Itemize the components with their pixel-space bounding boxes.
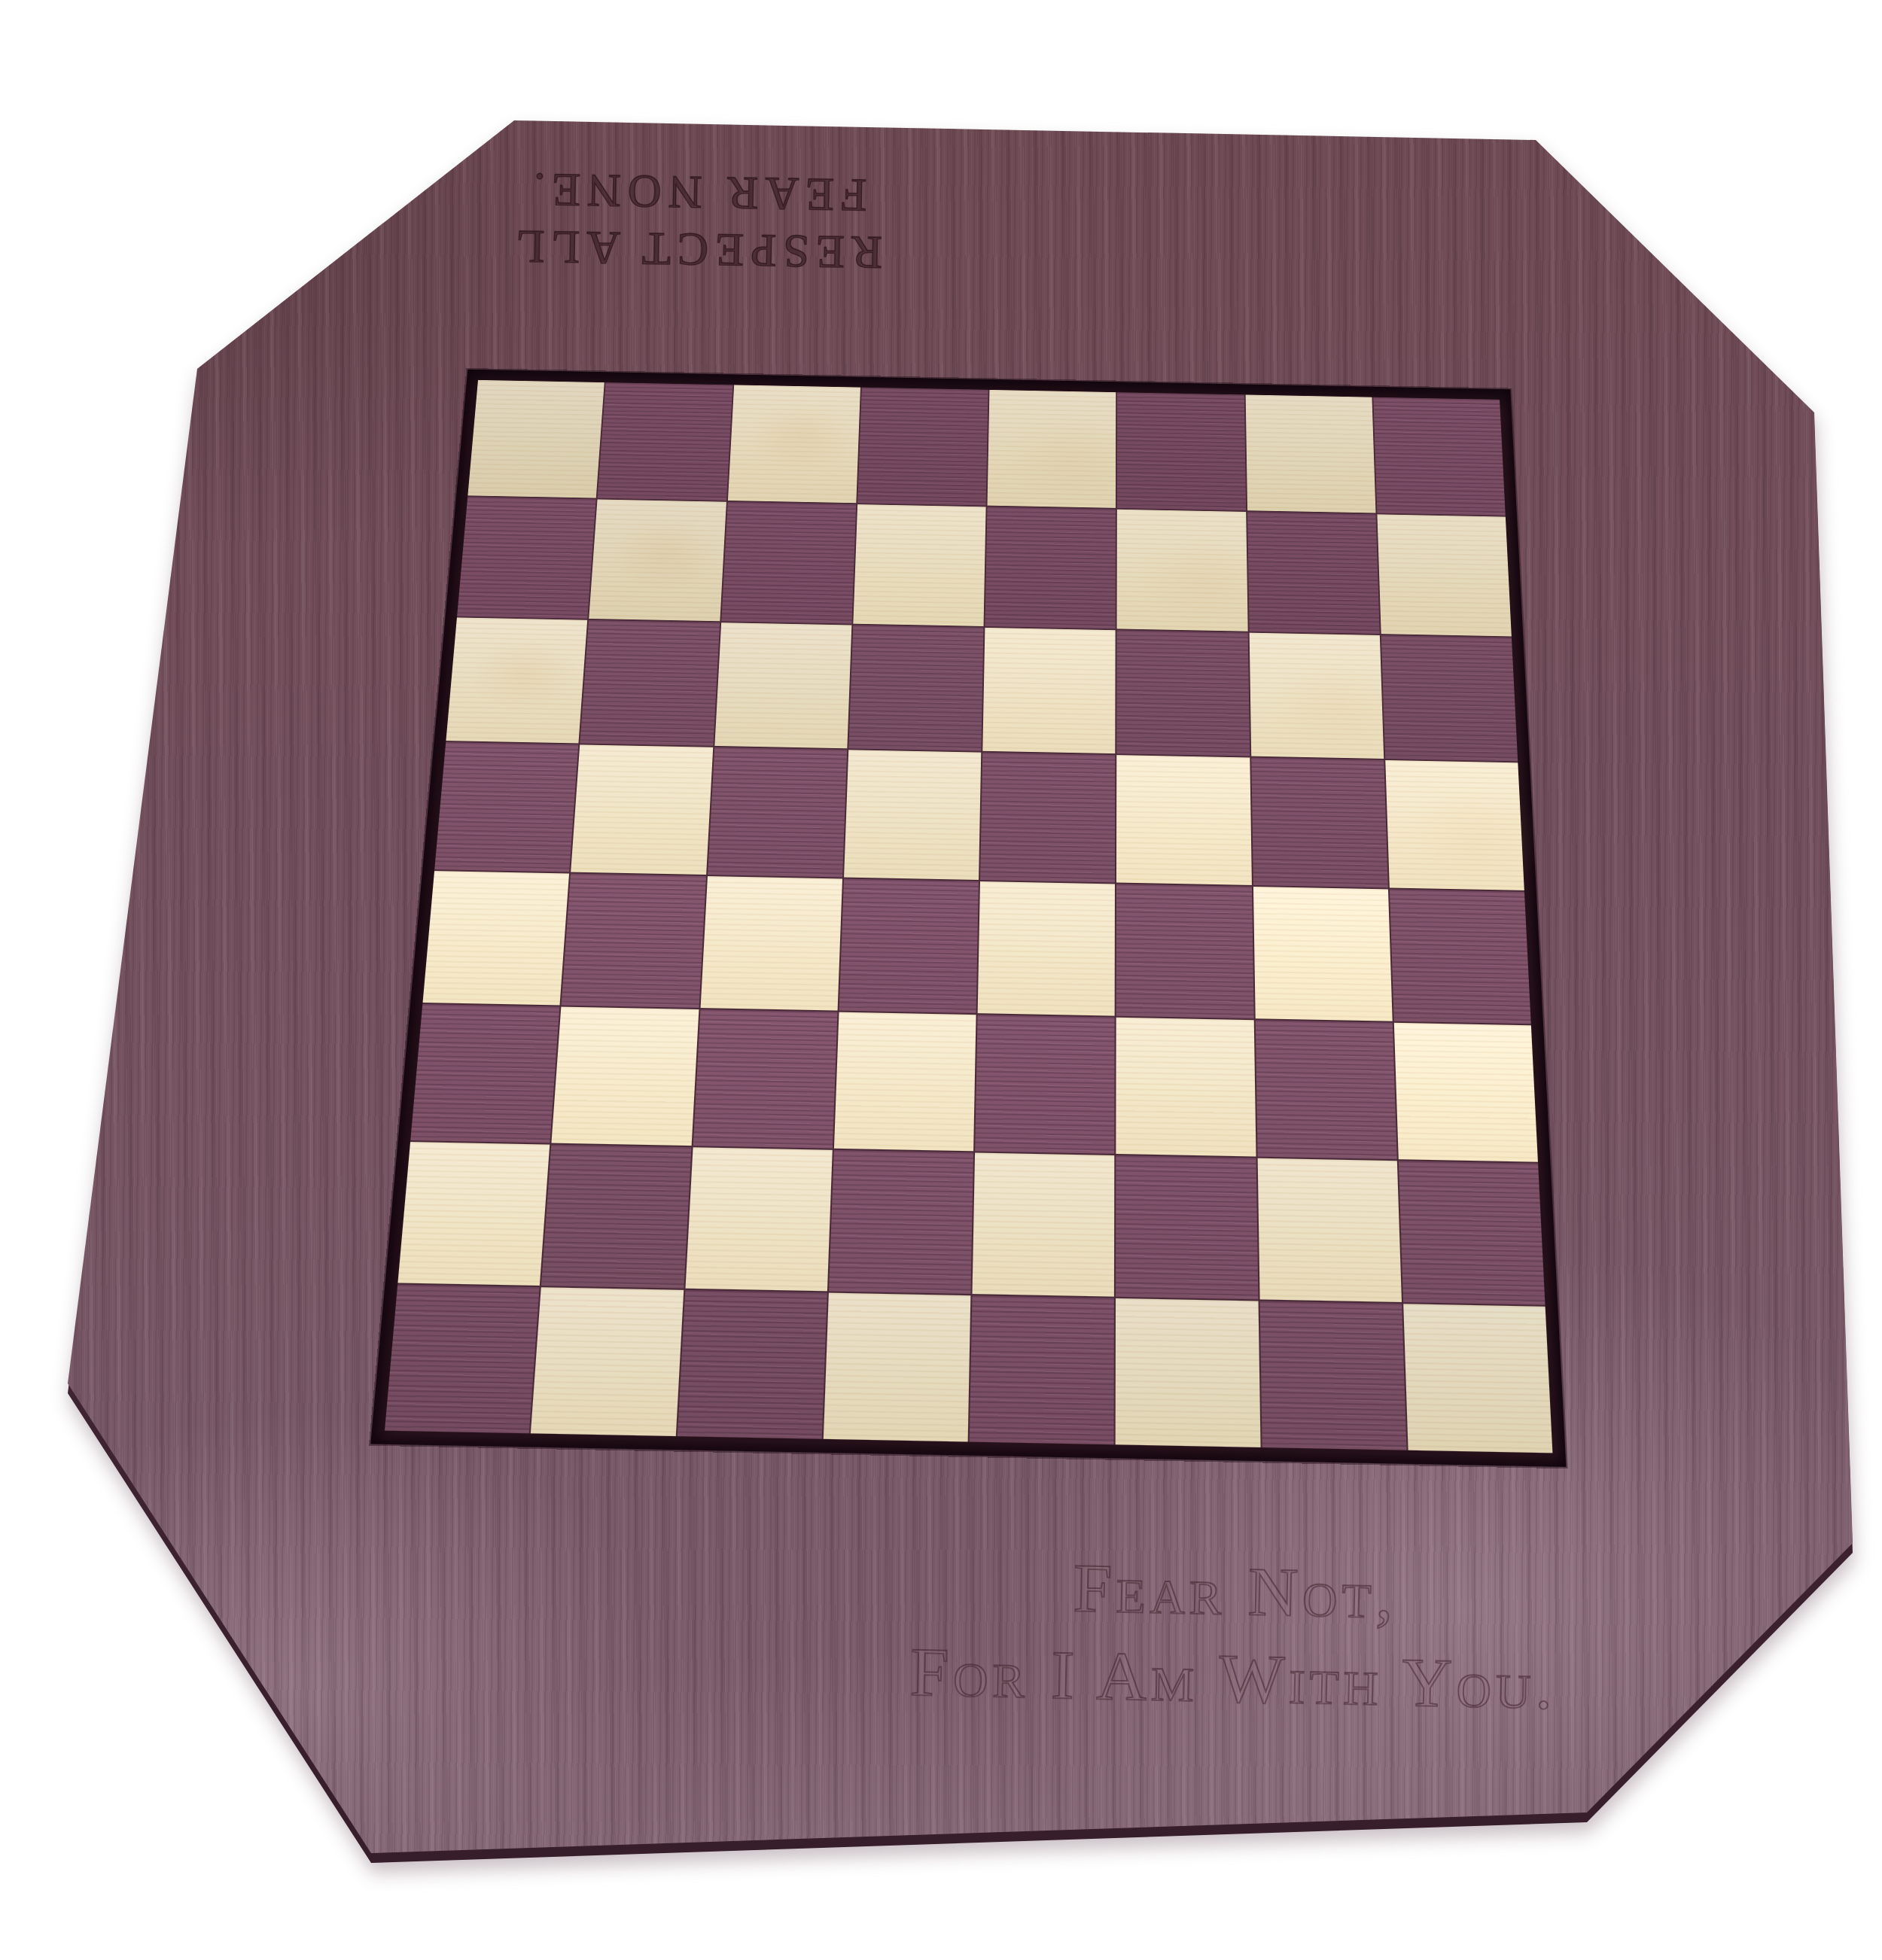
square-g3[interactable] (1255, 1020, 1396, 1159)
square-b3[interactable] (552, 1007, 699, 1146)
square-h2[interactable] (1399, 1161, 1545, 1304)
square-b4[interactable] (562, 874, 706, 1008)
square-a5[interactable] (434, 742, 578, 872)
square-c2[interactable] (685, 1147, 833, 1291)
square-e7[interactable] (985, 507, 1116, 628)
engraving-top-line1: RESPECT ALL (410, 216, 982, 283)
square-h1[interactable] (1403, 1304, 1552, 1453)
square-c5[interactable] (708, 747, 847, 878)
square-h8[interactable] (1373, 397, 1506, 516)
square-h5[interactable] (1385, 760, 1524, 890)
square-f8[interactable] (1117, 392, 1246, 510)
square-d2[interactable] (829, 1150, 973, 1294)
chess-board (385, 380, 1552, 1453)
square-g4[interactable] (1253, 887, 1392, 1021)
square-b5[interactable] (571, 744, 712, 875)
square-g7[interactable] (1247, 512, 1380, 634)
square-e6[interactable] (982, 628, 1116, 753)
engraving-top-line2: FEAR NONE. (410, 159, 983, 226)
photo-background: RESPECT ALL FEAR NONE. Fear Not, For I A… (0, 0, 1882, 1960)
square-d3[interactable] (834, 1012, 976, 1152)
engraving-bottom-line2: For I Am With You. (857, 1627, 1611, 1730)
square-f7[interactable] (1117, 510, 1247, 632)
square-e2[interactable] (973, 1152, 1115, 1296)
square-c6[interactable] (714, 622, 851, 748)
board-shadow-wrap: RESPECT ALL FEAR NONE. Fear Not, For I A… (0, 0, 1882, 1960)
square-f6[interactable] (1117, 630, 1250, 756)
square-e3[interactable] (975, 1015, 1115, 1154)
square-f5[interactable] (1116, 755, 1251, 885)
square-e8[interactable] (988, 390, 1116, 508)
square-c4[interactable] (700, 876, 842, 1011)
engraving-bottom-line1: Fear Not, (858, 1540, 1612, 1643)
square-a8[interactable] (467, 380, 604, 498)
square-a1[interactable] (385, 1285, 540, 1434)
square-g2[interactable] (1257, 1158, 1402, 1302)
square-g1[interactable] (1259, 1301, 1406, 1450)
square-b1[interactable] (531, 1287, 684, 1436)
octagonal-purpleheart-frame: RESPECT ALL FEAR NONE. Fear Not, For I A… (0, 0, 1882, 1960)
square-a3[interactable] (410, 1004, 559, 1143)
square-g8[interactable] (1245, 394, 1375, 513)
square-e5[interactable] (980, 753, 1116, 883)
square-f4[interactable] (1116, 884, 1253, 1018)
square-b6[interactable] (580, 620, 720, 746)
square-f1[interactable] (1116, 1298, 1260, 1447)
square-b8[interactable] (598, 382, 732, 501)
square-d5[interactable] (844, 750, 981, 880)
square-f2[interactable] (1116, 1155, 1258, 1299)
square-b7[interactable] (589, 499, 726, 621)
square-d4[interactable] (839, 879, 979, 1014)
square-d7[interactable] (853, 504, 985, 626)
square-a6[interactable] (446, 617, 587, 743)
square-g5[interactable] (1251, 758, 1388, 888)
square-c8[interactable] (727, 385, 860, 503)
square-h7[interactable] (1377, 514, 1512, 636)
square-f3[interactable] (1116, 1018, 1256, 1157)
square-h6[interactable] (1381, 635, 1518, 761)
square-c7[interactable] (721, 502, 856, 624)
square-a7[interactable] (457, 497, 596, 619)
square-d8[interactable] (857, 388, 988, 506)
square-d6[interactable] (848, 625, 983, 751)
square-c1[interactable] (677, 1290, 827, 1439)
square-h3[interactable] (1394, 1023, 1538, 1162)
square-d1[interactable] (824, 1293, 971, 1442)
square-a4[interactable] (423, 871, 570, 1005)
square-b2[interactable] (541, 1145, 691, 1289)
square-c3[interactable] (693, 1009, 837, 1149)
engraving-bottom: Fear Not, For I Am With You. (857, 1540, 1613, 1730)
square-a2[interactable] (397, 1142, 550, 1286)
engraving-top: RESPECT ALL FEAR NONE. (410, 159, 984, 283)
square-g6[interactable] (1249, 633, 1384, 759)
square-e4[interactable] (978, 881, 1116, 1016)
square-h4[interactable] (1390, 889, 1531, 1024)
square-e1[interactable] (970, 1295, 1114, 1444)
recessed-playing-area (370, 370, 1566, 1467)
